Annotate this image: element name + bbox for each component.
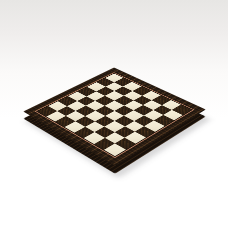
product-photo xyxy=(0,0,228,228)
chess-board xyxy=(23,68,205,166)
chessboard-scene xyxy=(0,0,228,228)
